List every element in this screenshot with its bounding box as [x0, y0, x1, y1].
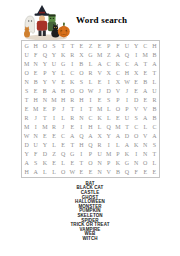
grid-cell-r5c1[interactable]: N — [22, 77, 31, 86]
grid-cell-r15c6[interactable]: W — [68, 168, 77, 177]
grid-cell-r1c8[interactable]: Z — [86, 41, 95, 50]
grid-cell-r10c10[interactable]: Q — [104, 123, 113, 132]
grid-cell-r10c9[interactable]: L — [95, 123, 104, 132]
grid-cell-r5c13[interactable]: E — [132, 77, 141, 86]
grid-cell-r12c9[interactable]: R — [95, 141, 104, 150]
grid-cell-r10c5[interactable]: J — [59, 123, 68, 132]
grid-cell-r4c13[interactable]: X — [132, 68, 141, 77]
page-title: Word search — [76, 15, 127, 25]
grid-cell-r9c12[interactable]: U — [122, 114, 131, 123]
grid-cell-r8c1[interactable]: E — [22, 104, 31, 113]
grid-cell-r6c11[interactable]: V — [113, 86, 122, 95]
grid-cell-r15c1[interactable]: H — [22, 168, 31, 177]
grid-cell-r1c6[interactable]: T — [68, 41, 77, 50]
halloween-characters-illustration — [22, 4, 70, 41]
grid-cell-r11c1[interactable]: W — [22, 132, 31, 141]
grid-cell-r9c9[interactable]: K — [95, 114, 104, 123]
grid-cell-r2c8[interactable]: G — [86, 50, 95, 59]
grid-cell-r9c7[interactable]: N — [77, 114, 86, 123]
grid-cell-r15c2[interactable]: A — [31, 168, 40, 177]
grid-cell-r2c15[interactable]: B — [150, 50, 159, 59]
word-list-inner: BATBLACK CATCASTLEGHOSTHALLOWEENMONSTERP… — [45, 181, 135, 241]
grid-cell-r7c8[interactable]: I — [86, 95, 95, 104]
grid-cell-r13c10[interactable]: M — [104, 150, 113, 159]
grid-cell-r10c4[interactable]: R — [49, 123, 58, 132]
grid-cell-r12c2[interactable]: U — [31, 141, 40, 150]
grid-cell-r2c14[interactable]: M — [141, 50, 150, 59]
grid-cell-r5c10[interactable]: I — [104, 77, 113, 86]
grid-cell-r1c9[interactable]: E — [95, 41, 104, 50]
grid-cell-r15c13[interactable]: F — [132, 168, 141, 177]
grid-cell-r15c4[interactable]: L — [49, 168, 58, 177]
grid-cell-r6c15[interactable]: U — [150, 86, 159, 95]
grid-cell-r15c9[interactable]: N — [95, 168, 104, 177]
grid-cell-r6c7[interactable]: O — [77, 86, 86, 95]
grid-cell-r11c6[interactable]: A — [68, 132, 77, 141]
grid-cell-r3c15[interactable]: A — [150, 59, 159, 68]
grid-cell-r6c13[interactable]: E — [132, 86, 141, 95]
grid-cell-r7c2[interactable]: H — [31, 95, 40, 104]
grid-cell-r2c13[interactable]: I — [132, 50, 141, 59]
grid-cell-r4c3[interactable]: P — [40, 68, 49, 77]
grid-cell-r7c5[interactable]: H — [59, 95, 68, 104]
grid-cell-r3c5[interactable]: G — [59, 59, 68, 68]
grid-cell-r2c12[interactable]: Q — [122, 50, 131, 59]
word-grid: GHOSTTEZEPFUYCHUFQYKRXGMZAQIMBMNYUGIBLAC… — [21, 40, 160, 178]
grid-cell-r3c3[interactable]: Y — [40, 59, 49, 68]
grid-cell-r3c1[interactable]: M — [22, 59, 31, 68]
grid-cell-r11c7[interactable]: Q — [77, 132, 86, 141]
grid-cell-r11c13[interactable]: O — [132, 132, 141, 141]
grid-cell-r13c8[interactable]: P — [86, 150, 95, 159]
grid-cell-r5c9[interactable]: E — [95, 77, 104, 86]
grid-cell-r9c11[interactable]: E — [113, 114, 122, 123]
grid-cell-r6c14[interactable]: A — [141, 86, 150, 95]
grid-cell-r15c8[interactable]: E — [86, 168, 95, 177]
grid-cell-r1c13[interactable]: Y — [132, 41, 141, 50]
grid-cell-r4c14[interactable]: E — [141, 68, 150, 77]
grid-cell-r12c3[interactable]: Y — [40, 141, 49, 150]
grid-cell-r13c11[interactable]: P — [113, 150, 122, 159]
grid-cell-r14c11[interactable]: K — [113, 159, 122, 168]
grid-cell-r12c11[interactable]: L — [113, 141, 122, 150]
grid-cell-r5c3[interactable]: Y — [40, 77, 49, 86]
grid-cell-r13c5[interactable]: Q — [59, 150, 68, 159]
grid-cell-r1c5[interactable]: T — [59, 41, 68, 50]
grid-cell-r11c11[interactable]: A — [113, 132, 122, 141]
grid-cell-r3c14[interactable]: T — [141, 59, 150, 68]
grid-cell-r14c4[interactable]: E — [49, 159, 58, 168]
grid-cell-r12c14[interactable]: N — [141, 141, 150, 150]
grid-cell-r4c2[interactable]: E — [31, 68, 40, 77]
grid-cell-r1c1[interactable]: G — [22, 41, 31, 50]
grid-cell-r12c4[interactable]: L — [49, 141, 58, 150]
grid-cell-r6c12[interactable]: J — [122, 86, 131, 95]
grid-cell-r3c10[interactable]: C — [104, 59, 113, 68]
worksheet-page: Word search GHOSTTEZEPFUYCHUFQYKRXGMZAQI… — [0, 0, 180, 256]
grid-cell-r12c13[interactable]: K — [132, 141, 141, 150]
grid-cell-r1c12[interactable]: U — [122, 41, 131, 50]
grid-cell-r8c7[interactable]: I — [77, 104, 86, 113]
grid-cell-r7c6[interactable]: R — [68, 95, 77, 104]
grid-cell-r10c15[interactable]: C — [150, 123, 159, 132]
grid-cell-r1c4[interactable]: S — [49, 41, 58, 50]
grid-cell-r1c7[interactable]: E — [77, 41, 86, 50]
grid-cell-r1c14[interactable]: C — [141, 41, 150, 50]
grid-cell-r2c2[interactable]: F — [31, 50, 40, 59]
grid-cell-r11c10[interactable]: Y — [104, 132, 113, 141]
grid-cell-r11c8[interactable]: A — [86, 132, 95, 141]
grid-cell-r10c11[interactable]: M — [113, 123, 122, 132]
grid-cell-r1c2[interactable]: H — [31, 41, 40, 50]
grid-cell-r8c11[interactable]: O — [113, 104, 122, 113]
grid-cell-r6c1[interactable]: S — [22, 86, 31, 95]
grid-cell-r13c6[interactable]: G — [68, 150, 77, 159]
grid-cell-r9c8[interactable]: C — [86, 114, 95, 123]
grid-cell-r9c1[interactable]: R — [22, 114, 31, 123]
grid-cell-r13c7[interactable]: I — [77, 150, 86, 159]
grid-cell-r12c10[interactable]: I — [104, 141, 113, 150]
grid-cell-r4c11[interactable]: C — [113, 68, 122, 77]
grid-cell-r11c5[interactable]: C — [59, 132, 68, 141]
grid-cell-r6c10[interactable]: D — [104, 86, 113, 95]
grid-cell-r9c10[interactable]: L — [104, 114, 113, 123]
grid-cell-r6c2[interactable]: E — [31, 86, 40, 95]
grid-cell-r8c2[interactable]: M — [31, 104, 40, 113]
grid-cell-r13c1[interactable]: Y — [22, 150, 31, 159]
grid-cell-r13c12[interactable]: K — [122, 150, 131, 159]
grid-cell-r15c3[interactable]: L — [40, 168, 49, 177]
grid-cell-r1c15[interactable]: H — [150, 41, 159, 50]
word-list-item: WITCH — [45, 236, 135, 241]
grid-cell-r8c13[interactable]: V — [132, 104, 141, 113]
grid-cell-r12c8[interactable]: Q — [86, 141, 95, 150]
grid-cell-r2c5[interactable]: K — [59, 50, 68, 59]
grid-cell-r7c15[interactable]: R — [150, 95, 159, 104]
grid-cell-r4c10[interactable]: X — [104, 68, 113, 77]
grid-cell-r6c5[interactable]: H — [59, 86, 68, 95]
grid-cell-r2c11[interactable]: A — [113, 50, 122, 59]
grid-cell-r9c14[interactable]: A — [141, 114, 150, 123]
grid-cell-r15c11[interactable]: B — [113, 168, 122, 177]
grid-cell-r14c8[interactable]: O — [86, 159, 95, 168]
grid-cell-r2c1[interactable]: U — [22, 50, 31, 59]
grid-cell-r6c4[interactable]: A — [49, 86, 58, 95]
grid-cell-r13c4[interactable]: Z — [49, 150, 58, 159]
grid-cell-r9c2[interactable]: J — [31, 114, 40, 123]
grid-cell-r11c15[interactable]: A — [150, 132, 159, 141]
grid-cell-r11c4[interactable]: E — [49, 132, 58, 141]
grid-cell-r6c9[interactable]: J — [95, 86, 104, 95]
grid-cell-r5c2[interactable]: B — [31, 77, 40, 86]
grid-cell-r14c14[interactable]: O — [141, 159, 150, 168]
witch-figure — [35, 5, 50, 36]
grid-cell-r5c8[interactable]: L — [86, 77, 95, 86]
grid-cell-r8c3[interactable]: E — [40, 104, 49, 113]
grid-cell-r12c7[interactable]: H — [77, 141, 86, 150]
grid-cell-r9c13[interactable]: S — [132, 114, 141, 123]
grid-cell-r4c9[interactable]: V — [95, 68, 104, 77]
grid-cell-r6c6[interactable]: O — [68, 86, 77, 95]
grid-cell-r4c12[interactable]: H — [122, 68, 131, 77]
grid-cell-r12c12[interactable]: A — [122, 141, 131, 150]
grid-cell-r11c12[interactable]: D — [122, 132, 131, 141]
grid-cell-r3c7[interactable]: B — [77, 59, 86, 68]
grid-cell-r8c15[interactable]: B — [150, 104, 159, 113]
grid-cell-r2c10[interactable]: Z — [104, 50, 113, 59]
grid-cell-r8c14[interactable]: V — [141, 104, 150, 113]
grid-cell-r5c4[interactable]: V — [49, 77, 58, 86]
grid-cell-r2c7[interactable]: X — [77, 50, 86, 59]
grid-cell-r2c9[interactable]: M — [95, 50, 104, 59]
grid-cell-r15c10[interactable]: V — [104, 168, 113, 177]
grid-cell-r7c14[interactable]: E — [141, 95, 150, 104]
grid-cell-r4c4[interactable]: Y — [49, 68, 58, 77]
grid-cell-r5c7[interactable]: S — [77, 77, 86, 86]
grid-cell-r13c13[interactable]: I — [132, 150, 141, 159]
pumpkin-figure — [58, 23, 70, 38]
grid-cell-r13c14[interactable]: N — [141, 150, 150, 159]
grid-cell-r7c7[interactable]: H — [77, 95, 86, 104]
grid-cell-r15c12[interactable]: Q — [122, 168, 131, 177]
grid-cell-r10c14[interactable]: L — [141, 123, 150, 132]
grid-cell-r7c10[interactable]: S — [104, 95, 113, 104]
grid-cell-r13c9[interactable]: U — [95, 150, 104, 159]
grid-cell-r7c13[interactable]: D — [132, 95, 141, 104]
grid-cell-r7c11[interactable]: P — [113, 95, 122, 104]
grid-cell-r9c15[interactable]: B — [150, 114, 159, 123]
grid-cell-r11c3[interactable]: E — [40, 132, 49, 141]
grid-cell-r12c5[interactable]: E — [59, 141, 68, 150]
grid-cell-r8c8[interactable]: T — [86, 104, 95, 113]
grid-cell-r3c13[interactable]: A — [132, 59, 141, 68]
grid-cell-r8c6[interactable]: T — [68, 104, 77, 113]
grid-cell-r14c2[interactable]: S — [31, 159, 40, 168]
grid-cell-r10c8[interactable]: H — [86, 123, 95, 132]
grid-cell-r10c3[interactable]: M — [40, 123, 49, 132]
grid-cell-r12c1[interactable]: D — [22, 141, 31, 150]
grid-cell-r11c14[interactable]: V — [141, 132, 150, 141]
grid-cell-r1c3[interactable]: O — [40, 41, 49, 50]
grid-cell-r4c15[interactable]: T — [150, 68, 159, 77]
grid-cell-r10c2[interactable]: I — [31, 123, 40, 132]
grid-cell-r14c5[interactable]: L — [59, 159, 68, 168]
grid-cell-r14c10[interactable]: P — [104, 159, 113, 168]
grid-cell-r7c9[interactable]: E — [95, 95, 104, 104]
grid-cell-r9c5[interactable]: L — [59, 114, 68, 123]
grid-cell-r3c6[interactable]: I — [68, 59, 77, 68]
grid-cell-r8c9[interactable]: M — [95, 104, 104, 113]
grid-cell-r7c12[interactable]: I — [122, 95, 131, 104]
grid-cell-r7c4[interactable]: M — [49, 95, 58, 104]
grid-cell-r14c1[interactable]: A — [22, 159, 31, 168]
grid-cell-r3c2[interactable]: N — [31, 59, 40, 68]
grid-cell-r12c6[interactable]: T — [68, 141, 77, 150]
grid-cell-r8c10[interactable]: L — [104, 104, 113, 113]
grid-cell-r6c3[interactable]: B — [40, 86, 49, 95]
grid-cell-r1c11[interactable]: F — [113, 41, 122, 50]
grid-cell-r8c5[interactable]: J — [59, 104, 68, 113]
grid-cell-r3c12[interactable]: C — [122, 59, 131, 68]
grid-cell-r14c15[interactable]: L — [150, 159, 159, 168]
grid-cell-r15c14[interactable]: E — [141, 168, 150, 177]
grid-cell-r10c1[interactable]: M — [22, 123, 31, 132]
grid-cell-r2c6[interactable]: R — [68, 50, 77, 59]
grid-cell-r4c1[interactable]: O — [22, 68, 31, 77]
grid-cell-r8c4[interactable]: P — [49, 104, 58, 113]
grid-cell-r4c5[interactable]: L — [59, 68, 68, 77]
grid-cell-r15c5[interactable]: O — [59, 168, 68, 177]
grid-cell-r13c2[interactable]: F — [31, 150, 40, 159]
grid-cell-r14c9[interactable]: N — [95, 159, 104, 168]
grid-cell-r5c11[interactable]: X — [113, 77, 122, 86]
grid-cell-r14c6[interactable]: E — [68, 159, 77, 168]
grid-cell-r6c8[interactable]: W — [86, 86, 95, 95]
grid-cell-r3c11[interactable]: K — [113, 59, 122, 68]
grid-cell-r9c6[interactable]: R — [68, 114, 77, 123]
grid-cell-r3c8[interactable]: L — [86, 59, 95, 68]
grid-cell-r10c12[interactable]: T — [122, 123, 131, 132]
grid-cell-r13c3[interactable]: D — [40, 150, 49, 159]
word-list: BATBLACK CATCASTLEGHOSTHALLOWEENMONSTERP… — [0, 181, 180, 256]
grid-cell-r15c15[interactable]: E — [150, 168, 159, 177]
grid-cell-r5c6[interactable]: K — [68, 77, 77, 86]
grid-cell-r5c14[interactable]: B — [141, 77, 150, 86]
grid-cell-r9c4[interactable]: I — [49, 114, 58, 123]
grid-cell-r7c3[interactable]: N — [40, 95, 49, 104]
grid-cell-r11c9[interactable]: X — [95, 132, 104, 141]
grid-cell-r8c12[interactable]: P — [122, 104, 131, 113]
grid-cell-r10c6[interactable]: E — [68, 123, 77, 132]
grid-cell-r14c13[interactable]: N — [132, 159, 141, 168]
grid-cell-r12c15[interactable]: S — [150, 141, 159, 150]
grid-cell-r5c5[interactable]: E — [59, 77, 68, 86]
grid-cell-r10c13[interactable]: C — [132, 123, 141, 132]
grid-cell-r4c6[interactable]: C — [68, 68, 77, 77]
grid-cell-r9c3[interactable]: T — [40, 114, 49, 123]
grid-cell-r11c2[interactable]: N — [31, 132, 40, 141]
grid-cell-r5c12[interactable]: W — [122, 77, 131, 86]
grid-cell-r14c12[interactable]: G — [122, 159, 131, 168]
grid-cell-r15c7[interactable]: E — [77, 168, 86, 177]
grid-cell-r2c3[interactable]: Q — [40, 50, 49, 59]
grid-cell-r10c7[interactable]: I — [77, 123, 86, 132]
grid-cell-r14c7[interactable]: T — [77, 159, 86, 168]
grid-cell-r5c15[interactable]: L — [150, 77, 159, 86]
grid-cell-r14c3[interactable]: K — [40, 159, 49, 168]
grid-cell-r1c10[interactable]: P — [104, 41, 113, 50]
grid-cell-r2c4[interactable]: Y — [49, 50, 58, 59]
grid-cell-r3c4[interactable]: U — [49, 59, 58, 68]
grid-cell-r13c15[interactable]: T — [150, 150, 159, 159]
grid-cell-r7c1[interactable]: T — [22, 95, 31, 104]
grid-cell-r4c8[interactable]: R — [86, 68, 95, 77]
grid-cell-r3c9[interactable]: A — [95, 59, 104, 68]
grid-cell-r4c7[interactable]: O — [77, 68, 86, 77]
